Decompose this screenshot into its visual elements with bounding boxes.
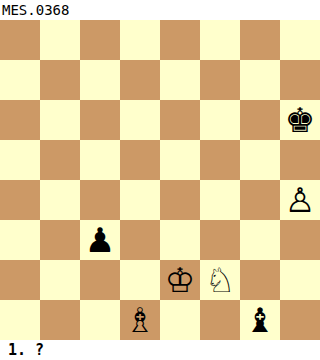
white-bishop-d1: ♗: [125, 300, 155, 340]
board-cell-d4[interactable]: [120, 180, 160, 220]
board-cell-b4[interactable]: [40, 180, 80, 220]
board-cell-f2[interactable]: ♘: [200, 260, 240, 300]
board-cell-h5[interactable]: [280, 140, 320, 180]
board-cell-a4[interactable]: [0, 180, 40, 220]
board-cell-f7[interactable]: [200, 60, 240, 100]
board-cell-f8[interactable]: [200, 20, 240, 60]
board-cell-e8[interactable]: [160, 20, 200, 60]
black-bishop-g1: ♝: [245, 300, 275, 340]
board-cell-h3[interactable]: [280, 220, 320, 260]
board-cell-f1[interactable]: [200, 300, 240, 340]
board-cell-b1[interactable]: [40, 300, 80, 340]
board-cell-d2[interactable]: [120, 260, 160, 300]
board-cell-c5[interactable]: [80, 140, 120, 180]
board-cell-c4[interactable]: [80, 180, 120, 220]
board-cell-d3[interactable]: [120, 220, 160, 260]
board-cell-a6[interactable]: [0, 100, 40, 140]
board-cell-c3[interactable]: ♟: [80, 220, 120, 260]
board-cell-d1[interactable]: ♗: [120, 300, 160, 340]
board-cell-g8[interactable]: [240, 20, 280, 60]
board-cell-f5[interactable]: [200, 140, 240, 180]
board-cell-h2[interactable]: [280, 260, 320, 300]
board-cell-a2[interactable]: [0, 260, 40, 300]
board-cell-b5[interactable]: [40, 140, 80, 180]
board-cell-e4[interactable]: [160, 180, 200, 220]
board-cell-c6[interactable]: [80, 100, 120, 140]
board-cell-c8[interactable]: [80, 20, 120, 60]
board-cell-c7[interactable]: [80, 60, 120, 100]
board-cell-b7[interactable]: [40, 60, 80, 100]
board-cell-b8[interactable]: [40, 20, 80, 60]
board-cell-e1[interactable]: [160, 300, 200, 340]
white-knight-f2: ♘: [205, 260, 235, 300]
board-cell-d7[interactable]: [120, 60, 160, 100]
black-pawn-c3: ♟: [85, 220, 115, 260]
board-cell-f6[interactable]: [200, 100, 240, 140]
board-cell-a7[interactable]: [0, 60, 40, 100]
board-cell-g4[interactable]: [240, 180, 280, 220]
board-cell-b3[interactable]: [40, 220, 80, 260]
board-cell-e3[interactable]: [160, 220, 200, 260]
chess-puzzle-page: MES.0368 ♚♙♟♔♘♗♝ 1. ?: [0, 0, 320, 360]
board-cell-e2[interactable]: ♔: [160, 260, 200, 300]
board-cell-g7[interactable]: [240, 60, 280, 100]
board-cell-h4[interactable]: ♙: [280, 180, 320, 220]
board-cell-g5[interactable]: [240, 140, 280, 180]
white-king-e2: ♔: [165, 260, 195, 300]
board-cell-h1[interactable]: [280, 300, 320, 340]
board-cell-d8[interactable]: [120, 20, 160, 60]
board-cell-g1[interactable]: ♝: [240, 300, 280, 340]
board-cell-f3[interactable]: [200, 220, 240, 260]
board-cell-d6[interactable]: [120, 100, 160, 140]
board-cell-h7[interactable]: [280, 60, 320, 100]
board-cell-c2[interactable]: [80, 260, 120, 300]
move-prompt: 1. ?: [0, 340, 320, 360]
black-king-h6: ♚: [285, 100, 315, 140]
board-cell-a8[interactable]: [0, 20, 40, 60]
board-cell-g3[interactable]: [240, 220, 280, 260]
board-cell-g6[interactable]: [240, 100, 280, 140]
board-cell-a3[interactable]: [0, 220, 40, 260]
board-cell-a1[interactable]: [0, 300, 40, 340]
board-cell-e6[interactable]: [160, 100, 200, 140]
board-cell-a5[interactable]: [0, 140, 40, 180]
board-cell-h6[interactable]: ♚: [280, 100, 320, 140]
chess-board: ♚♙♟♔♘♗♝: [0, 20, 320, 340]
board-cell-b6[interactable]: [40, 100, 80, 140]
page-title: MES.0368: [0, 0, 320, 20]
board-cell-h8[interactable]: [280, 20, 320, 60]
board-cell-f4[interactable]: [200, 180, 240, 220]
board-cell-e7[interactable]: [160, 60, 200, 100]
board-cell-g2[interactable]: [240, 260, 280, 300]
white-pawn-h4: ♙: [285, 180, 315, 220]
board-cell-e5[interactable]: [160, 140, 200, 180]
board-cell-b2[interactable]: [40, 260, 80, 300]
board-cell-d5[interactable]: [120, 140, 160, 180]
board-cell-c1[interactable]: [80, 300, 120, 340]
